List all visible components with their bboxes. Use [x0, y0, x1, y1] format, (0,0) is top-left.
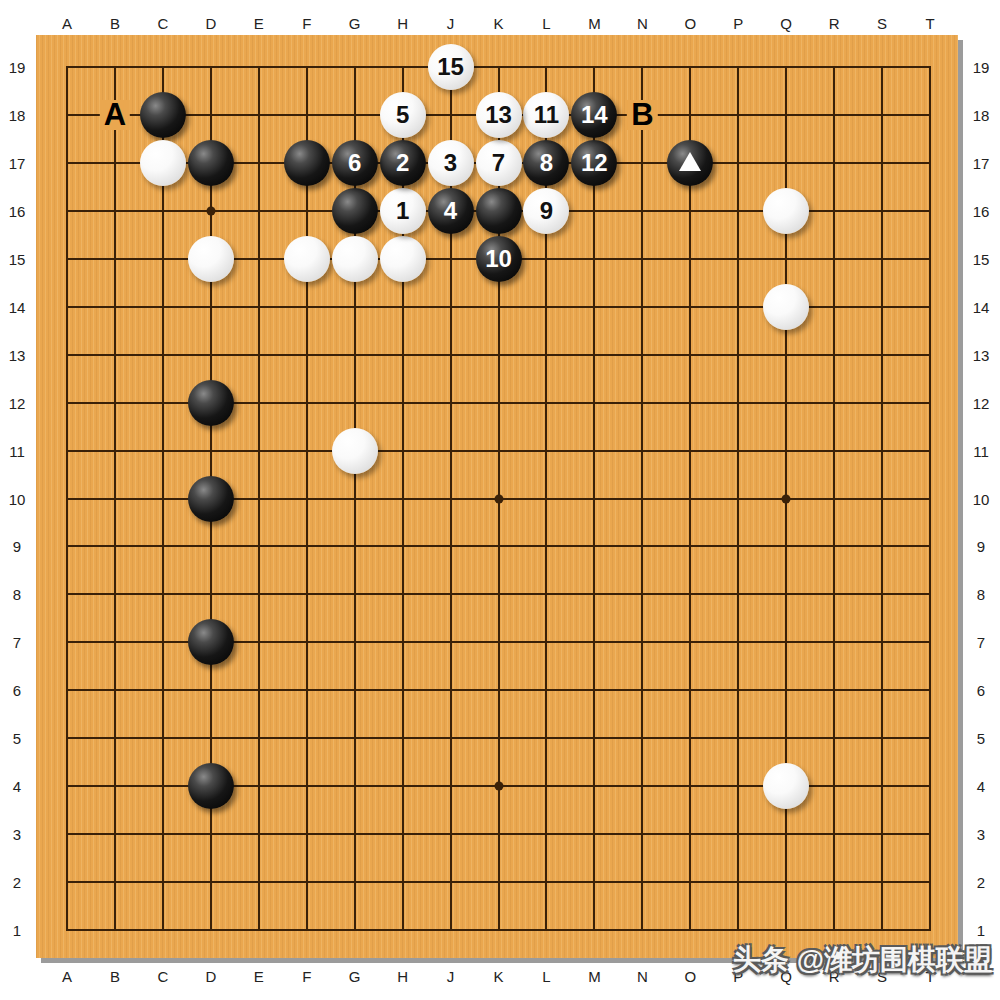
coord-label-bottom: G	[349, 968, 361, 985]
coord-label-top: G	[349, 15, 361, 32]
go-diagram-page: AABBCCDDEEFFGGHHJJKKLLMMNNOOPPQQRRSSTT19…	[0, 0, 1000, 1000]
coord-label-bottom: D	[205, 968, 216, 985]
grid-line	[929, 66, 931, 931]
grid-line	[737, 66, 739, 931]
coord-label-top: D	[205, 15, 216, 32]
coord-label-top: R	[829, 15, 840, 32]
stone-black-D7	[188, 619, 234, 665]
move-number: 7	[492, 151, 505, 175]
hoshi-point	[494, 782, 503, 791]
stone-white-C17	[140, 140, 186, 186]
letter-annotation-A: A	[100, 100, 130, 130]
coord-label-left: 9	[13, 538, 21, 555]
coord-label-left: 5	[13, 730, 21, 747]
stone-white-H16: 1	[380, 188, 426, 234]
move-number: 9	[540, 199, 553, 223]
stone-white-L18: 11	[523, 92, 569, 138]
coord-label-right: 5	[977, 730, 985, 747]
coord-label-left: 12	[9, 394, 26, 411]
coord-label-right: 7	[977, 634, 985, 651]
coord-label-left: 14	[9, 298, 26, 315]
coord-label-right: 12	[973, 394, 990, 411]
coord-label-left: 11	[9, 442, 25, 459]
move-number: 13	[485, 103, 512, 127]
move-number: 6	[348, 151, 361, 175]
coord-label-left: 3	[13, 826, 21, 843]
stone-white-H15	[380, 236, 426, 282]
coord-label-right: 16	[973, 202, 990, 219]
move-number: 5	[396, 103, 409, 127]
move-number: 12	[581, 151, 608, 175]
stone-white-G11	[332, 428, 378, 474]
move-number: 11	[534, 103, 559, 127]
coord-label-left: 15	[9, 250, 26, 267]
coord-label-right: 10	[973, 490, 990, 507]
coord-label-top: L	[542, 15, 550, 32]
stone-white-Q4	[763, 763, 809, 809]
coord-label-left: 4	[13, 778, 21, 795]
grid-line	[881, 66, 883, 931]
coord-label-left: 2	[13, 874, 21, 891]
coord-label-bottom: E	[254, 968, 264, 985]
grid-line	[689, 66, 691, 931]
coord-label-bottom: B	[110, 968, 120, 985]
coord-label-top: K	[493, 15, 503, 32]
coord-label-right: 9	[977, 538, 985, 555]
coord-label-bottom: H	[397, 968, 408, 985]
move-number: 10	[485, 247, 512, 271]
grid-line	[66, 545, 931, 547]
coord-label-top: F	[302, 15, 311, 32]
move-number: 4	[444, 199, 457, 223]
stone-black-K16	[476, 188, 522, 234]
grid-line	[833, 66, 835, 931]
watermark-text: 头条 @潍坊围棋联盟	[733, 944, 992, 975]
coord-label-right: 3	[977, 826, 985, 843]
coord-label-bottom: J	[447, 968, 455, 985]
move-number: 15	[437, 55, 464, 79]
grid-line	[593, 66, 595, 931]
coord-label-right: 6	[977, 682, 985, 699]
stone-white-L16: 9	[523, 188, 569, 234]
hoshi-point	[206, 206, 215, 215]
coord-label-right: 4	[977, 778, 985, 795]
stone-white-F15	[284, 236, 330, 282]
grid-line	[66, 689, 931, 691]
coord-label-top: B	[110, 15, 120, 32]
stone-white-Q14	[763, 284, 809, 330]
stone-black-F17	[284, 140, 330, 186]
move-number: 1	[396, 199, 409, 223]
stone-black-G16	[332, 188, 378, 234]
stone-black-D4	[188, 763, 234, 809]
stone-black-M17: 12	[571, 140, 617, 186]
coord-label-top: E	[254, 15, 264, 32]
stone-white-K17: 7	[476, 140, 522, 186]
stone-black-D17	[188, 140, 234, 186]
coord-label-bottom: O	[684, 968, 696, 985]
watermark: 头条 @潍坊围棋联盟	[733, 941, 992, 979]
coord-label-right: 8	[977, 586, 985, 603]
coord-label-top: Q	[780, 15, 792, 32]
move-number: 3	[444, 151, 457, 175]
grid-line	[66, 833, 931, 835]
coord-label-right: 19	[973, 59, 990, 76]
stone-black-K15: 10	[476, 236, 522, 282]
hoshi-point	[494, 494, 503, 503]
stone-white-D15	[188, 236, 234, 282]
stone-white-K18: 13	[476, 92, 522, 138]
coord-label-right: 11	[973, 442, 989, 459]
coord-label-top: T	[925, 15, 934, 32]
coord-label-right: 15	[973, 250, 990, 267]
coord-label-top: C	[157, 15, 168, 32]
stone-black-D10	[188, 476, 234, 522]
move-number: 8	[540, 151, 553, 175]
hoshi-point	[782, 494, 791, 503]
coord-label-left: 19	[9, 59, 26, 76]
coord-label-right: 14	[973, 298, 990, 315]
coord-label-top: O	[684, 15, 696, 32]
grid-line	[66, 929, 931, 931]
coord-label-top: M	[588, 15, 601, 32]
coord-label-bottom: N	[637, 968, 648, 985]
coord-label-top: A	[62, 15, 72, 32]
coord-label-left: 17	[9, 154, 26, 171]
coord-label-left: 8	[13, 586, 21, 603]
coord-label-left: 16	[9, 202, 26, 219]
stone-white-J17: 3	[428, 140, 474, 186]
stone-black-J16: 4	[428, 188, 474, 234]
grid-line	[66, 593, 931, 595]
coord-label-left: 10	[9, 490, 26, 507]
coord-label-right: 17	[973, 154, 990, 171]
move-number: 14	[581, 103, 608, 127]
coord-label-bottom: L	[542, 968, 550, 985]
stone-white-Q16	[763, 188, 809, 234]
stone-black-M18: 14	[571, 92, 617, 138]
stone-black-H17: 2	[380, 140, 426, 186]
move-number: 2	[396, 151, 409, 175]
coord-label-top: N	[637, 15, 648, 32]
coord-label-bottom: K	[493, 968, 503, 985]
stone-black-D12	[188, 380, 234, 426]
triangle-marker	[679, 152, 701, 171]
coord-label-right: 13	[973, 346, 990, 363]
coord-label-right: 1	[977, 922, 985, 939]
coord-label-left: 13	[9, 346, 26, 363]
coord-label-top: P	[733, 15, 743, 32]
stone-white-J19: 15	[428, 44, 474, 90]
coord-label-bottom: A	[62, 968, 72, 985]
grid-line	[66, 881, 931, 883]
stone-black-O17	[667, 140, 713, 186]
stone-black-G17: 6	[332, 140, 378, 186]
coord-label-right: 2	[977, 874, 985, 891]
coord-label-left: 7	[13, 634, 21, 651]
coord-label-right: 18	[973, 106, 990, 123]
coord-label-bottom: F	[302, 968, 311, 985]
stone-white-G15	[332, 236, 378, 282]
coord-label-top: J	[447, 15, 455, 32]
coord-label-left: 1	[13, 922, 21, 939]
stone-white-H18: 5	[380, 92, 426, 138]
coord-label-left: 6	[13, 682, 21, 699]
stone-black-L17: 8	[523, 140, 569, 186]
coord-label-bottom: M	[588, 968, 601, 985]
coord-label-top: S	[877, 15, 887, 32]
letter-annotation-B: B	[627, 100, 657, 130]
grid-line	[66, 737, 931, 739]
stone-black-C18	[140, 92, 186, 138]
coord-label-top: H	[397, 15, 408, 32]
grid-line	[641, 66, 643, 931]
coord-label-left: 18	[9, 106, 26, 123]
coord-label-bottom: C	[157, 968, 168, 985]
